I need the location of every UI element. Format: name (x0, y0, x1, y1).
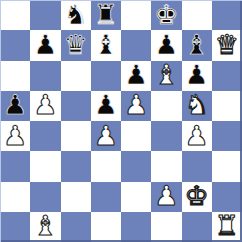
piece-white-knight[interactable]: ♞ (185, 91, 209, 118)
piece-black-pawn[interactable]: ♟ (94, 91, 118, 118)
piece-white-bishop[interactable]: ♝ (33, 212, 57, 239)
square-c5[interactable] (61, 91, 91, 121)
piece-white-pawn[interactable]: ♟ (154, 182, 178, 209)
square-g8[interactable] (182, 0, 212, 30)
square-d3[interactable] (91, 151, 121, 181)
square-e6[interactable]: ♟ (121, 61, 151, 91)
square-c3[interactable] (61, 151, 91, 181)
square-h1[interactable]: ♜ (212, 212, 242, 242)
piece-black-bishop[interactable]: ♝ (94, 31, 118, 58)
square-a1[interactable] (0, 212, 30, 242)
square-g7[interactable]: ♝ (182, 30, 212, 60)
piece-white-pawn[interactable]: ♟ (94, 122, 118, 149)
square-e2[interactable] (121, 182, 151, 212)
square-g6[interactable]: ♟ (182, 61, 212, 91)
square-c8[interactable]: ♞ (61, 0, 91, 30)
square-b5[interactable]: ♟ (30, 91, 60, 121)
piece-white-pawn[interactable]: ♟ (124, 91, 148, 118)
square-a7[interactable] (0, 30, 30, 60)
square-b8[interactable] (30, 0, 60, 30)
square-h4[interactable] (212, 121, 242, 151)
piece-white-bishop[interactable]: ♝ (154, 61, 178, 88)
piece-black-pawn[interactable]: ♟ (185, 61, 209, 88)
square-f1[interactable] (151, 212, 181, 242)
square-b1[interactable]: ♝ (30, 212, 60, 242)
square-c4[interactable] (61, 121, 91, 151)
square-f5[interactable] (151, 91, 181, 121)
square-f4[interactable] (151, 121, 181, 151)
square-c6[interactable] (61, 61, 91, 91)
square-b7[interactable]: ♟ (30, 30, 60, 60)
square-e1[interactable] (121, 212, 151, 242)
square-f3[interactable] (151, 151, 181, 181)
piece-black-king[interactable]: ♚ (154, 1, 178, 28)
square-g2[interactable]: ♚ (182, 182, 212, 212)
piece-black-bishop[interactable]: ♝ (185, 31, 209, 58)
piece-white-rook[interactable]: ♜ (215, 212, 239, 239)
square-g1[interactable] (182, 212, 212, 242)
square-b3[interactable] (30, 151, 60, 181)
square-b6[interactable] (30, 61, 60, 91)
piece-black-knight[interactable]: ♞ (64, 1, 88, 28)
piece-white-queen[interactable]: ♛ (215, 31, 239, 58)
square-f2[interactable]: ♟ (151, 182, 181, 212)
square-f8[interactable]: ♚ (151, 0, 181, 30)
square-e4[interactable] (121, 121, 151, 151)
square-a4[interactable]: ♟ (0, 121, 30, 151)
square-a5[interactable]: ♟ (0, 91, 30, 121)
square-d1[interactable] (91, 212, 121, 242)
square-d6[interactable] (91, 61, 121, 91)
square-g3[interactable] (182, 151, 212, 181)
piece-black-pawn[interactable]: ♟ (33, 31, 57, 58)
square-d8[interactable]: ♜ (91, 0, 121, 30)
square-h7[interactable]: ♛ (212, 30, 242, 60)
piece-white-pawn[interactable]: ♟ (33, 91, 57, 118)
square-b4[interactable] (30, 121, 60, 151)
square-h2[interactable] (212, 182, 242, 212)
square-h8[interactable] (212, 0, 242, 30)
square-e8[interactable] (121, 0, 151, 30)
square-h5[interactable] (212, 91, 242, 121)
piece-white-king[interactable]: ♚ (185, 182, 209, 209)
square-c1[interactable] (61, 212, 91, 242)
square-a3[interactable] (0, 151, 30, 181)
piece-white-pawn[interactable]: ♟ (185, 122, 209, 149)
piece-black-rook[interactable]: ♜ (94, 1, 118, 28)
square-g4[interactable]: ♟ (182, 121, 212, 151)
square-b2[interactable] (30, 182, 60, 212)
square-h3[interactable] (212, 151, 242, 181)
square-g5[interactable]: ♞ (182, 91, 212, 121)
square-f6[interactable]: ♝ (151, 61, 181, 91)
square-d2[interactable] (91, 182, 121, 212)
square-e5[interactable]: ♟ (121, 91, 151, 121)
square-a8[interactable] (0, 0, 30, 30)
square-a6[interactable] (0, 61, 30, 91)
square-d5[interactable]: ♟ (91, 91, 121, 121)
piece-white-pawn[interactable]: ♟ (3, 122, 27, 149)
piece-black-pawn[interactable]: ♟ (124, 61, 148, 88)
square-a2[interactable] (0, 182, 30, 212)
square-f7[interactable]: ♟ (151, 30, 181, 60)
square-h6[interactable] (212, 61, 242, 91)
square-d7[interactable]: ♝ (91, 30, 121, 60)
square-e7[interactable] (121, 30, 151, 60)
chess-board: ♞♜♚♟♛♝♟♝♛♟♝♟♟♟♟♟♞♟♟♟♟♚♝♜ (0, 0, 242, 242)
square-e3[interactable] (121, 151, 151, 181)
piece-black-queen[interactable]: ♛ (64, 31, 88, 58)
square-c7[interactable]: ♛ (61, 30, 91, 60)
square-c2[interactable] (61, 182, 91, 212)
piece-black-pawn[interactable]: ♟ (154, 31, 178, 58)
square-d4[interactable]: ♟ (91, 121, 121, 151)
piece-black-pawn[interactable]: ♟ (3, 91, 27, 118)
